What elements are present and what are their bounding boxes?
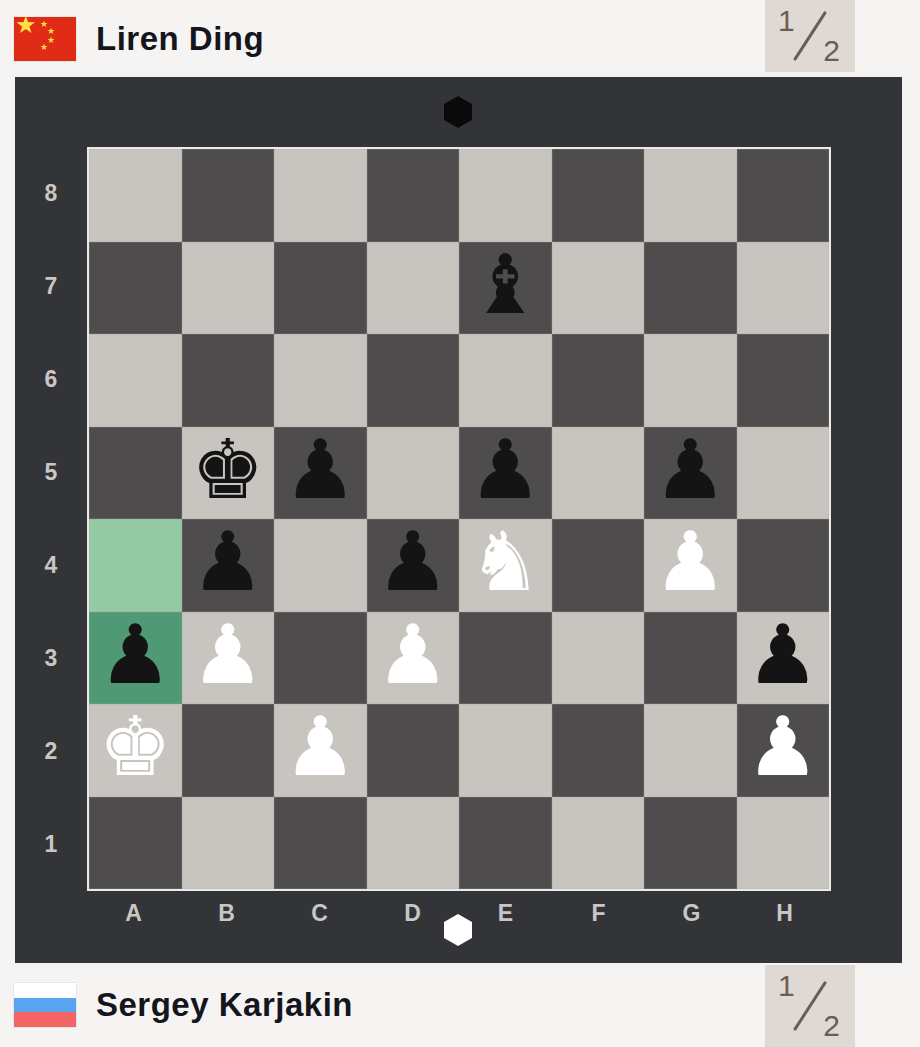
square-b6[interactable] [182,334,275,427]
square-d8[interactable] [367,149,460,242]
square-g1[interactable] [644,797,737,890]
black-hexagon-icon [444,96,472,128]
square-e7[interactable]: ♝ [459,242,552,335]
white-pawn[interactable]: ♟ [746,701,820,793]
flag-stripe [14,983,76,998]
white-pawn[interactable]: ♟ [283,701,357,793]
square-g3[interactable] [644,612,737,705]
square-f8[interactable] [552,149,645,242]
square-c8[interactable] [274,149,367,242]
square-b1[interactable] [182,797,275,890]
file-label-e: E [459,891,552,935]
square-h8[interactable] [737,149,830,242]
square-g8[interactable] [644,149,737,242]
white-king[interactable]: ♚ [98,701,172,793]
square-c1[interactable] [274,797,367,890]
square-d1[interactable] [367,797,460,890]
square-e6[interactable] [459,334,552,427]
black-pawn[interactable]: ♟ [746,609,820,701]
square-d6[interactable] [367,334,460,427]
square-c2[interactable]: ♟ [274,704,367,797]
square-f3[interactable] [552,612,645,705]
rank-label-6: 6 [15,333,87,426]
square-b5[interactable]: ♚ [182,427,275,520]
square-c4[interactable] [274,519,367,612]
square-a7[interactable] [89,242,182,335]
square-c3[interactable] [274,612,367,705]
square-a4[interactable] [89,519,182,612]
square-h3[interactable]: ♟ [737,612,830,705]
square-f4[interactable] [552,519,645,612]
flag-stripe [14,998,76,1013]
square-b4[interactable]: ♟ [182,519,275,612]
square-f6[interactable] [552,334,645,427]
rank-label-4: 4 [15,519,87,612]
square-d4[interactable]: ♟ [367,519,460,612]
square-e2[interactable] [459,704,552,797]
square-h5[interactable] [737,427,830,520]
file-label-h: H [738,891,831,935]
square-h7[interactable] [737,242,830,335]
board-frame: 87654321 ♝♚♟♟♟♟♟♞♟♟♟♟♟♚♟♟ ABCDEFGH [15,77,902,963]
black-pawn[interactable]: ♟ [283,424,357,516]
score-top: 1 2 [765,0,855,72]
player-name-top: Liren Ding [96,20,264,58]
black-pawn[interactable]: ♟ [653,424,727,516]
file-labels: ABCDEFGH [87,891,831,935]
white-knight[interactable]: ♞ [468,516,542,608]
white-pawn[interactable]: ♟ [376,609,450,701]
rank-labels: 87654321 [15,147,87,891]
square-e5[interactable]: ♟ [459,427,552,520]
square-g7[interactable] [644,242,737,335]
square-d3[interactable]: ♟ [367,612,460,705]
rank-label-5: 5 [15,426,87,519]
player-name-bottom: Sergey Karjakin [96,986,353,1024]
square-b3[interactable]: ♟ [182,612,275,705]
black-pawn[interactable]: ♟ [191,516,265,608]
square-f5[interactable] [552,427,645,520]
square-a3[interactable]: ♟ [89,612,182,705]
square-b2[interactable] [182,704,275,797]
black-king[interactable]: ♚ [191,424,265,516]
flag-star-icon: ★ [47,36,55,45]
square-c5[interactable]: ♟ [274,427,367,520]
square-a5[interactable] [89,427,182,520]
square-a2[interactable]: ♚ [89,704,182,797]
file-label-f: F [552,891,645,935]
square-b7[interactable] [182,242,275,335]
fraction-slash [793,981,827,1031]
file-label-a: A [87,891,180,935]
square-a8[interactable] [89,149,182,242]
square-d2[interactable] [367,704,460,797]
white-pawn[interactable]: ♟ [191,609,265,701]
file-label-g: G [645,891,738,935]
black-pawn[interactable]: ♟ [468,424,542,516]
square-h2[interactable]: ♟ [737,704,830,797]
score-bottom-numerator: 1 [778,969,795,1003]
rank-label-3: 3 [15,612,87,705]
flag-china-icon: ★ ★ ★ ★ ★ [14,17,76,61]
square-e3[interactable] [459,612,552,705]
square-g4[interactable]: ♟ [644,519,737,612]
black-pawn[interactable]: ♟ [98,609,172,701]
square-g6[interactable] [644,334,737,427]
square-b8[interactable] [182,149,275,242]
square-h1[interactable] [737,797,830,890]
file-label-b: B [180,891,273,935]
square-f7[interactable] [552,242,645,335]
square-d5[interactable] [367,427,460,520]
square-h6[interactable] [737,334,830,427]
rank-label-2: 2 [15,705,87,798]
fraction-slash [793,11,827,61]
score-bottom-denominator: 2 [823,1009,840,1043]
square-c7[interactable] [274,242,367,335]
square-f2[interactable] [552,704,645,797]
black-pawn[interactable]: ♟ [376,516,450,608]
file-label-c: C [273,891,366,935]
rank-label-8: 8 [15,147,87,240]
square-g5[interactable]: ♟ [644,427,737,520]
square-e4[interactable]: ♞ [459,519,552,612]
flag-star-icon: ★ [15,13,37,37]
square-e1[interactable] [459,797,552,890]
rank-label-7: 7 [15,240,87,333]
white-pawn[interactable]: ♟ [653,516,727,608]
square-e8[interactable] [459,149,552,242]
square-a6[interactable] [89,334,182,427]
score-bottom: 1 2 [765,965,855,1047]
square-h4[interactable] [737,519,830,612]
square-g2[interactable] [644,704,737,797]
file-label-d: D [366,891,459,935]
square-d7[interactable] [367,242,460,335]
square-a1[interactable] [89,797,182,890]
square-c6[interactable] [274,334,367,427]
black-bishop[interactable]: ♝ [468,239,542,331]
chess-board[interactable]: ♝♚♟♟♟♟♟♞♟♟♟♟♟♚♟♟ [87,147,831,891]
flag-stripe [14,1012,76,1027]
score-top-denominator: 2 [823,34,840,68]
rank-label-1: 1 [15,798,87,891]
square-f1[interactable] [552,797,645,890]
flag-russia-icon [14,983,76,1027]
score-top-numerator: 1 [778,4,795,38]
flag-star-icon: ★ [40,43,48,52]
